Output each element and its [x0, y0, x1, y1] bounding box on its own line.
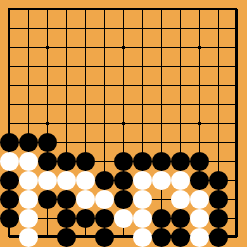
white-stone[interactable]: [133, 209, 152, 228]
black-stone[interactable]: [0, 209, 19, 228]
star-point: [122, 122, 125, 125]
white-stone[interactable]: [133, 228, 152, 247]
white-stone[interactable]: [171, 190, 190, 209]
black-stone[interactable]: [114, 190, 133, 209]
white-stone[interactable]: [171, 171, 190, 190]
black-stone[interactable]: [152, 228, 171, 247]
white-stone[interactable]: [152, 171, 171, 190]
black-stone[interactable]: [171, 209, 190, 228]
black-stone[interactable]: [190, 171, 209, 190]
white-stone[interactable]: [76, 171, 95, 190]
black-stone[interactable]: [0, 190, 19, 209]
black-stone[interactable]: [0, 133, 19, 152]
white-stone[interactable]: [133, 171, 152, 190]
black-stone[interactable]: [209, 228, 228, 247]
black-stone[interactable]: [209, 190, 228, 209]
black-stone[interactable]: [190, 152, 209, 171]
star-point: [46, 122, 49, 125]
black-stone[interactable]: [57, 190, 76, 209]
white-stone[interactable]: [19, 171, 38, 190]
grid-line-vertical: [237, 9, 238, 237]
white-stone[interactable]: [38, 171, 57, 190]
black-stone[interactable]: [133, 152, 152, 171]
black-stone[interactable]: [152, 152, 171, 171]
black-stone[interactable]: [152, 209, 171, 228]
black-stone[interactable]: [57, 209, 76, 228]
white-stone[interactable]: [190, 228, 209, 247]
white-stone[interactable]: [19, 190, 38, 209]
black-stone[interactable]: [114, 152, 133, 171]
star-point: [198, 122, 201, 125]
white-stone[interactable]: [190, 209, 209, 228]
black-stone[interactable]: [76, 209, 95, 228]
white-stone[interactable]: [57, 171, 76, 190]
black-stone[interactable]: [95, 209, 114, 228]
white-stone[interactable]: [76, 190, 95, 209]
black-stone[interactable]: [171, 152, 190, 171]
white-stone[interactable]: [0, 152, 19, 171]
white-stone[interactable]: [19, 152, 38, 171]
white-stone[interactable]: [95, 190, 114, 209]
white-stone[interactable]: [190, 190, 209, 209]
white-stone[interactable]: [19, 228, 38, 247]
black-stone[interactable]: [0, 171, 19, 190]
black-stone[interactable]: [57, 152, 76, 171]
black-stone[interactable]: [57, 228, 76, 247]
star-point: [122, 46, 125, 49]
black-stone[interactable]: [209, 171, 228, 190]
star-point: [46, 46, 49, 49]
star-point: [198, 46, 201, 49]
black-stone[interactable]: [95, 171, 114, 190]
grid-line-vertical: [161, 9, 162, 237]
go-board[interactable]: [0, 0, 247, 247]
black-stone[interactable]: [209, 209, 228, 228]
black-stone[interactable]: [19, 133, 38, 152]
white-stone[interactable]: [133, 190, 152, 209]
black-stone[interactable]: [38, 152, 57, 171]
black-stone[interactable]: [38, 190, 57, 209]
black-stone[interactable]: [95, 228, 114, 247]
black-stone[interactable]: [38, 133, 57, 152]
screenshot-root: [0, 0, 247, 247]
white-stone[interactable]: [19, 209, 38, 228]
black-stone[interactable]: [76, 152, 95, 171]
black-stone[interactable]: [171, 228, 190, 247]
white-stone[interactable]: [114, 209, 133, 228]
black-stone[interactable]: [114, 171, 133, 190]
